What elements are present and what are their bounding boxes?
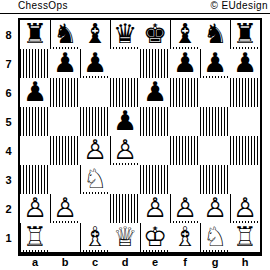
- rank-label-5: 5: [0, 107, 17, 136]
- piece-white-bishop: ♗: [82, 223, 108, 250]
- square-b1[interactable]: [50, 223, 80, 252]
- square-f7[interactable]: ♟: [170, 49, 200, 78]
- piece-white-pawn: ♙: [202, 194, 228, 221]
- square-c1[interactable]: ♗: [80, 223, 110, 252]
- square-f8[interactable]: ♝: [170, 20, 200, 49]
- piece-white-pawn: ♙: [172, 194, 198, 221]
- square-h7[interactable]: ♟: [230, 49, 260, 78]
- square-b8[interactable]: ♞: [50, 20, 80, 49]
- piece-black-bishop: ♝: [82, 20, 108, 47]
- piece-white-bishop: ♗: [172, 223, 198, 250]
- rank-label-6: 6: [0, 78, 17, 107]
- piece-black-rook: ♜: [22, 20, 48, 47]
- square-a2[interactable]: ♙: [20, 194, 50, 223]
- credit-label: © EUdesign: [210, 0, 268, 12]
- square-a1[interactable]: ♖: [20, 223, 50, 252]
- square-d7[interactable]: [110, 49, 140, 78]
- square-e2[interactable]: ♙: [140, 194, 170, 223]
- app-title: ChessOps: [18, 0, 68, 12]
- square-f4[interactable]: [170, 136, 200, 165]
- square-h1[interactable]: ♖: [230, 223, 260, 252]
- square-h5[interactable]: [230, 107, 260, 136]
- piece-black-rook: ♜: [232, 20, 258, 47]
- file-label-a: a: [20, 256, 50, 269]
- square-g4[interactable]: [200, 136, 230, 165]
- square-g3[interactable]: [200, 165, 230, 194]
- square-f2[interactable]: ♙: [170, 194, 200, 223]
- piece-white-pawn: ♙: [142, 194, 168, 221]
- square-a8[interactable]: ♜: [20, 20, 50, 49]
- rank-label-2: 2: [0, 194, 17, 223]
- square-c3[interactable]: ♘: [80, 165, 110, 194]
- square-d6[interactable]: [110, 78, 140, 107]
- file-label-e: e: [140, 256, 170, 269]
- square-e6[interactable]: ♟: [140, 78, 170, 107]
- rank-label-3: 3: [0, 165, 17, 194]
- square-b2[interactable]: ♙: [50, 194, 80, 223]
- piece-white-king: ♔: [142, 223, 168, 250]
- square-h6[interactable]: [230, 78, 260, 107]
- rank-label-1: 1: [0, 223, 17, 252]
- file-label-g: g: [200, 256, 230, 269]
- square-a5[interactable]: [20, 107, 50, 136]
- square-c7[interactable]: ♟: [80, 49, 110, 78]
- square-c4[interactable]: ♙: [80, 136, 110, 165]
- piece-black-pawn: ♟: [232, 49, 258, 76]
- square-c8[interactable]: ♝: [80, 20, 110, 49]
- square-g6[interactable]: [200, 78, 230, 107]
- piece-white-pawn: ♙: [22, 194, 48, 221]
- square-f6[interactable]: [170, 78, 200, 107]
- piece-white-knight: ♘: [82, 165, 108, 192]
- square-e4[interactable]: [140, 136, 170, 165]
- rank-label-4: 4: [0, 136, 17, 165]
- file-label-d: d: [110, 256, 140, 269]
- square-g1[interactable]: ♘: [200, 223, 230, 252]
- square-a6[interactable]: ♟: [20, 78, 50, 107]
- chess-board: ♜♞♝♛♚♝♞♜♟♟♟♟♟♟♟♟♙♙♘♙♙♙♙♙♙♖♗♕♔♗♘♖: [18, 18, 262, 256]
- piece-white-rook: ♖: [232, 223, 258, 250]
- piece-white-pawn: ♙: [52, 194, 78, 221]
- piece-white-rook: ♖: [22, 223, 48, 250]
- square-e1[interactable]: ♔: [140, 223, 170, 252]
- rank-label-8: 8: [0, 20, 17, 49]
- file-label-b: b: [50, 256, 80, 269]
- rank-labels: 87654321: [0, 20, 17, 252]
- square-g5[interactable]: [200, 107, 230, 136]
- square-e7[interactable]: [140, 49, 170, 78]
- square-d2[interactable]: [110, 194, 140, 223]
- square-f5[interactable]: [170, 107, 200, 136]
- piece-black-knight: ♞: [52, 20, 78, 47]
- square-d4[interactable]: ♙: [110, 136, 140, 165]
- piece-black-pawn: ♟: [112, 107, 138, 134]
- square-b6[interactable]: [50, 78, 80, 107]
- piece-black-king: ♚: [142, 20, 168, 47]
- square-c6[interactable]: [80, 78, 110, 107]
- square-b3[interactable]: [50, 165, 80, 194]
- square-d3[interactable]: [110, 165, 140, 194]
- square-e3[interactable]: [140, 165, 170, 194]
- title-bar: ChessOps © EUdesign: [0, 0, 270, 14]
- piece-black-knight: ♞: [202, 20, 228, 47]
- file-label-f: f: [170, 256, 200, 269]
- square-a4[interactable]: [20, 136, 50, 165]
- square-f3[interactable]: [170, 165, 200, 194]
- square-g8[interactable]: ♞: [200, 20, 230, 49]
- piece-black-pawn: ♟: [82, 49, 108, 76]
- square-d1[interactable]: ♕: [110, 223, 140, 252]
- file-label-c: c: [80, 256, 110, 269]
- square-d5[interactable]: ♟: [110, 107, 140, 136]
- piece-white-pawn: ♙: [112, 136, 138, 163]
- square-h8[interactable]: ♜: [230, 20, 260, 49]
- square-b5[interactable]: [50, 107, 80, 136]
- piece-black-queen: ♛: [112, 20, 138, 47]
- piece-black-pawn: ♟: [202, 49, 228, 76]
- file-labels: abcdefgh: [20, 256, 260, 269]
- square-g2[interactable]: ♙: [200, 194, 230, 223]
- square-h2[interactable]: ♙: [230, 194, 260, 223]
- piece-black-pawn: ♟: [22, 78, 48, 105]
- square-e5[interactable]: [140, 107, 170, 136]
- square-b4[interactable]: [50, 136, 80, 165]
- square-e8[interactable]: ♚: [140, 20, 170, 49]
- piece-white-pawn: ♙: [82, 136, 108, 163]
- square-c5[interactable]: [80, 107, 110, 136]
- piece-white-queen: ♕: [112, 223, 138, 250]
- piece-white-pawn: ♙: [232, 194, 258, 221]
- square-a7[interactable]: [20, 49, 50, 78]
- square-g7[interactable]: ♟: [200, 49, 230, 78]
- piece-black-bishop: ♝: [172, 20, 198, 47]
- square-c2[interactable]: [80, 194, 110, 223]
- rank-label-7: 7: [0, 49, 17, 78]
- piece-black-pawn: ♟: [52, 49, 78, 76]
- piece-black-pawn: ♟: [142, 78, 168, 105]
- piece-black-pawn: ♟: [172, 49, 198, 76]
- square-a3[interactable]: [20, 165, 50, 194]
- square-h3[interactable]: [230, 165, 260, 194]
- square-d8[interactable]: ♛: [110, 20, 140, 49]
- square-b7[interactable]: ♟: [50, 49, 80, 78]
- file-label-h: h: [230, 256, 260, 269]
- piece-white-knight: ♘: [202, 223, 228, 250]
- square-h4[interactable]: [230, 136, 260, 165]
- square-f1[interactable]: ♗: [170, 223, 200, 252]
